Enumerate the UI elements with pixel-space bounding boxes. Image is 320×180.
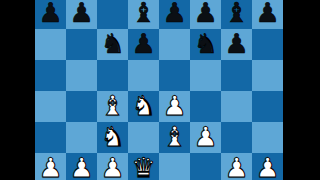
- square-d7[interactable]: ♝: [128, 0, 159, 29]
- square-b2[interactable]: ♟: [66, 153, 97, 180]
- square-g3[interactable]: [221, 122, 252, 153]
- square-b5[interactable]: [66, 60, 97, 91]
- square-a4[interactable]: [35, 91, 66, 122]
- white-pawn-a2: ♟: [38, 154, 62, 180]
- white-queen-d2: ♛: [131, 154, 155, 180]
- black-bishop-d7: ♝: [131, 0, 155, 26]
- square-c4[interactable]: ♝: [97, 91, 128, 122]
- square-c3[interactable]: ♞: [97, 122, 128, 153]
- square-a2[interactable]: ♟: [35, 153, 66, 180]
- square-f7[interactable]: ♟: [190, 0, 221, 29]
- white-pawn-c2: ♟: [100, 154, 124, 180]
- square-b7[interactable]: ♟: [66, 0, 97, 29]
- square-b6[interactable]: [66, 29, 97, 60]
- square-h7[interactable]: ♟: [252, 0, 283, 29]
- square-b3[interactable]: [66, 122, 97, 153]
- letterbox-left: [0, 0, 35, 180]
- square-h2[interactable]: ♟: [252, 153, 283, 180]
- square-e7[interactable]: ♟: [159, 0, 190, 29]
- square-g5[interactable]: [221, 60, 252, 91]
- square-d6[interactable]: ♟: [128, 29, 159, 60]
- black-knight-f6: ♞: [193, 30, 217, 57]
- white-bishop-e3: ♝: [162, 123, 186, 150]
- square-f3[interactable]: ♟: [190, 122, 221, 153]
- square-a5[interactable]: [35, 60, 66, 91]
- square-f2[interactable]: [190, 153, 221, 180]
- white-knight-c3: ♞: [100, 123, 124, 150]
- square-d2[interactable]: ♛: [128, 153, 159, 180]
- square-g4[interactable]: [221, 91, 252, 122]
- black-bishop-g7: ♝: [224, 0, 248, 26]
- letterbox-right: [283, 0, 320, 180]
- square-h4[interactable]: [252, 91, 283, 122]
- square-h6[interactable]: [252, 29, 283, 60]
- square-g7[interactable]: ♝: [221, 0, 252, 29]
- square-a7[interactable]: ♟: [35, 0, 66, 29]
- white-pawn-g2: ♟: [224, 154, 248, 180]
- white-pawn-b2: ♟: [69, 154, 93, 180]
- square-e5[interactable]: [159, 60, 190, 91]
- square-c6[interactable]: ♞: [97, 29, 128, 60]
- square-f4[interactable]: [190, 91, 221, 122]
- black-pawn-f7: ♟: [193, 0, 217, 26]
- square-a3[interactable]: [35, 122, 66, 153]
- black-pawn-e7: ♟: [162, 0, 186, 26]
- screenshot-frame: ♟♟♝♟♟♝♟♞♟♞♟♝♞♟♞♝♟♟♟♟♛♟♟: [0, 0, 320, 180]
- square-g2[interactable]: ♟: [221, 153, 252, 180]
- square-h5[interactable]: [252, 60, 283, 91]
- square-e3[interactable]: ♝: [159, 122, 190, 153]
- black-pawn-d6: ♟: [131, 30, 155, 57]
- square-a6[interactable]: [35, 29, 66, 60]
- square-h3[interactable]: [252, 122, 283, 153]
- square-d4[interactable]: ♞: [128, 91, 159, 122]
- square-e6[interactable]: [159, 29, 190, 60]
- white-pawn-f3: ♟: [193, 123, 217, 150]
- square-c7[interactable]: [97, 0, 128, 29]
- square-f5[interactable]: [190, 60, 221, 91]
- square-c5[interactable]: [97, 60, 128, 91]
- black-pawn-h7: ♟: [255, 0, 279, 26]
- white-pawn-h2: ♟: [255, 154, 279, 180]
- square-c2[interactable]: ♟: [97, 153, 128, 180]
- square-d3[interactable]: [128, 122, 159, 153]
- square-e2[interactable]: [159, 153, 190, 180]
- white-bishop-c4: ♝: [100, 92, 124, 119]
- white-knight-d4: ♞: [131, 92, 155, 119]
- black-pawn-a7: ♟: [38, 0, 62, 26]
- chess-board: ♟♟♝♟♟♝♟♞♟♞♟♝♞♟♞♝♟♟♟♟♛♟♟: [35, 0, 283, 180]
- square-g6[interactable]: ♟: [221, 29, 252, 60]
- square-d5[interactable]: [128, 60, 159, 91]
- square-b4[interactable]: [66, 91, 97, 122]
- square-e4[interactable]: ♟: [159, 91, 190, 122]
- square-f6[interactable]: ♞: [190, 29, 221, 60]
- black-pawn-b7: ♟: [69, 0, 93, 26]
- white-pawn-e4: ♟: [162, 92, 186, 119]
- black-pawn-g6: ♟: [224, 30, 248, 57]
- black-knight-c6: ♞: [100, 30, 124, 57]
